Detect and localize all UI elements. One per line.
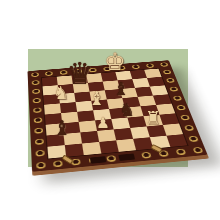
frame-medallion-icon (166, 78, 175, 83)
frame-medallion-icon (60, 70, 68, 75)
frame-medallion-icon (176, 105, 186, 111)
frame-medallion-icon (159, 62, 168, 66)
frame-medallion-icon (74, 69, 82, 74)
frame-medallion-icon (36, 162, 45, 169)
frame-medallion-icon (35, 150, 44, 157)
frame-medallion-icon (141, 152, 151, 159)
frame-medallion-icon (31, 80, 39, 85)
frame-medallion-icon (184, 125, 194, 131)
frame-medallion-icon (169, 87, 178, 92)
frame-medallion-icon (32, 89, 40, 94)
frame-medallion-icon (188, 136, 199, 142)
frame-medallion-icon (146, 63, 154, 68)
product-photo[interactable]: ♛♚♞♝♝♞♝♟♜ (0, 0, 220, 220)
frame-medallion-icon (106, 155, 116, 162)
frame-medallion-icon (34, 128, 43, 134)
square-b1 (65, 144, 84, 157)
frame-medallion-icon (33, 117, 42, 123)
frame-medallion-icon (132, 64, 140, 69)
frame-medallion-icon (103, 67, 111, 72)
frame-medallion-icon (89, 68, 97, 73)
frame-medallion-icon (180, 115, 190, 121)
frame-medallion-icon (45, 71, 53, 76)
hinge-plate (118, 153, 135, 160)
frame-medallion-icon (53, 160, 63, 167)
frame-medallion-icon (117, 65, 125, 70)
frame-medallion-icon (192, 147, 203, 154)
frame-medallion-icon (33, 107, 41, 113)
board-grid (42, 69, 187, 159)
frame-medallion-icon (162, 70, 171, 75)
frame-medallion-icon (34, 139, 43, 145)
frame-medallion-icon (32, 98, 40, 103)
hinge-plate (90, 156, 107, 164)
frame-medallion-icon (175, 148, 186, 155)
square-h1 (167, 134, 188, 147)
square-c1 (82, 142, 101, 155)
frame-medallion-icon (172, 96, 181, 101)
frame-medallion-icon (31, 72, 39, 77)
